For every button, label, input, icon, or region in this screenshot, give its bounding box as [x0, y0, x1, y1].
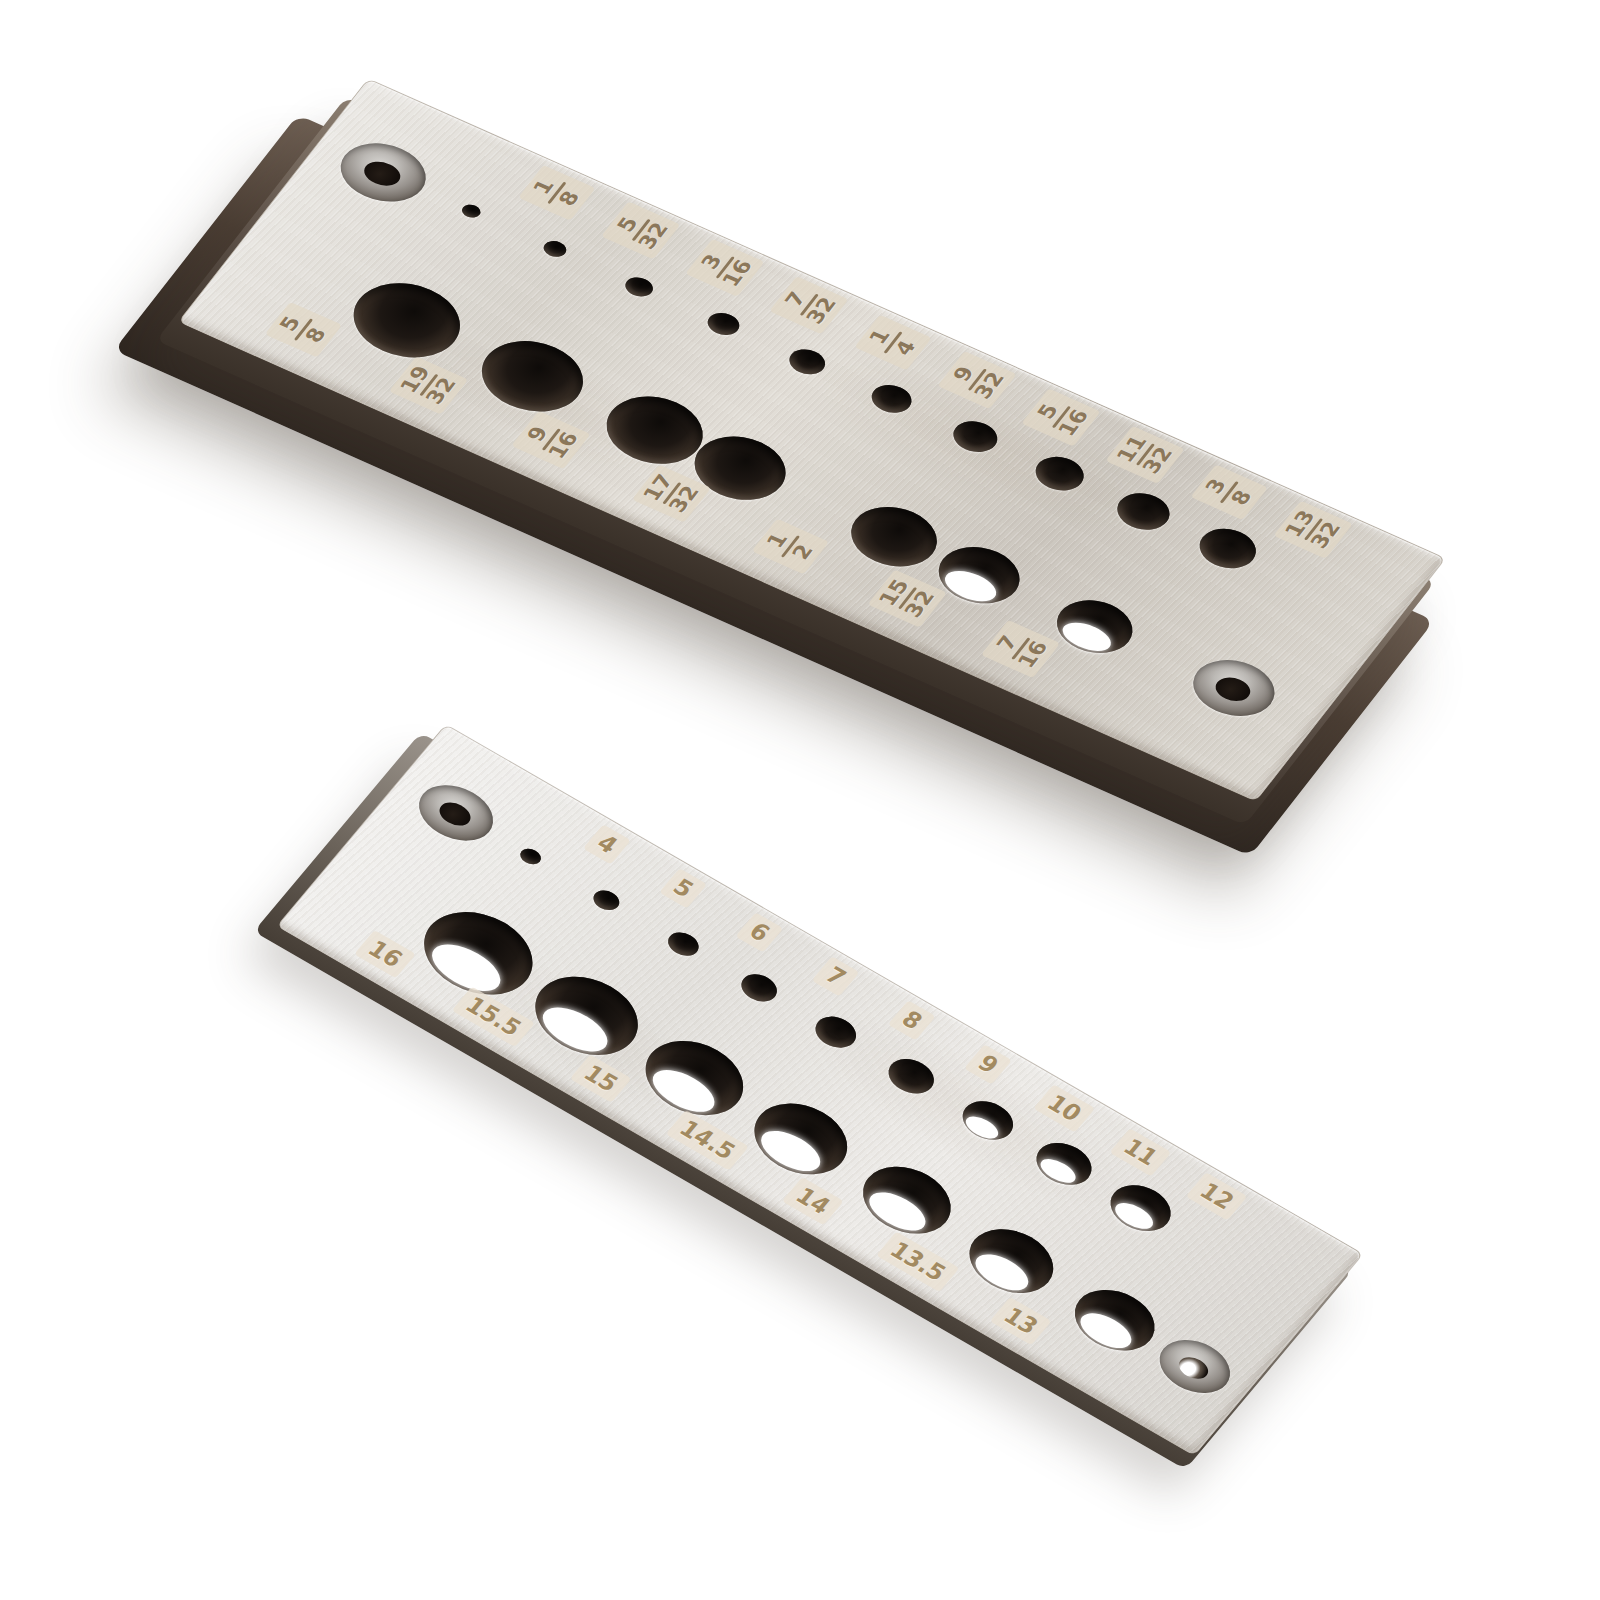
fraction-denominator: 2	[789, 542, 817, 562]
fraction-denominator: 8	[555, 188, 583, 208]
fraction-denominator: 8	[302, 325, 330, 345]
imperial-gauge-plate: 18 532 316 732 14 932 516 1132 38 1332 5…	[178, 78, 1446, 802]
fraction-denominator: 4	[892, 338, 920, 358]
fraction-denominator: 8	[1228, 488, 1256, 508]
scene: 18 532 316 732 14 932 516 1132 38 1332 5…	[0, 0, 1600, 1600]
